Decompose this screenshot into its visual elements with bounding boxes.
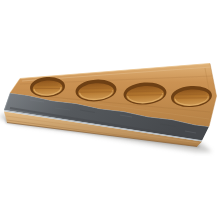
product-photo-canvas [0,0,220,220]
flight-tray-photo [0,0,220,220]
